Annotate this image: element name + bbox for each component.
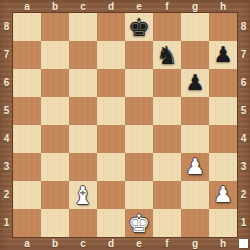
square-c2[interactable]: ♝ — [69, 181, 97, 209]
square-h8[interactable] — [209, 13, 237, 41]
square-e6[interactable] — [125, 69, 153, 97]
rank-label-left-2: 2 — [0, 181, 13, 209]
file-label-bottom-c: c — [69, 237, 97, 250]
rank-label-right-8: 8 — [237, 13, 250, 41]
rank-label-left-3: 3 — [0, 153, 13, 181]
rank-label-right-2: 2 — [237, 181, 250, 209]
square-g6[interactable]: ♟ — [181, 69, 209, 97]
square-e1[interactable]: ♚ — [125, 209, 153, 237]
square-b5[interactable] — [41, 97, 69, 125]
square-c3[interactable] — [69, 153, 97, 181]
square-h4[interactable] — [209, 125, 237, 153]
chess-board: abcdefgh 87654321 87654321 ♚♞♟♟♟♝♟♚ abcd… — [0, 0, 250, 250]
square-b1[interactable] — [41, 209, 69, 237]
rank-label-left-4: 4 — [0, 125, 13, 153]
square-c5[interactable] — [69, 97, 97, 125]
square-a8[interactable] — [13, 13, 41, 41]
file-label-bottom-e: e — [125, 237, 153, 250]
square-g2[interactable] — [181, 181, 209, 209]
square-c6[interactable] — [69, 69, 97, 97]
square-a2[interactable] — [13, 181, 41, 209]
white-king[interactable]: ♚ — [125, 209, 153, 237]
square-e5[interactable] — [125, 97, 153, 125]
black-pawn[interactable]: ♟ — [209, 41, 237, 69]
file-label-top-f: f — [153, 0, 181, 13]
black-pawn[interactable]: ♟ — [181, 69, 209, 97]
square-e8[interactable]: ♚ — [125, 13, 153, 41]
rank-label-right-1: 1 — [237, 209, 250, 237]
square-a7[interactable] — [13, 41, 41, 69]
square-a4[interactable] — [13, 125, 41, 153]
square-d2[interactable] — [97, 181, 125, 209]
rank-labels-right: 87654321 — [237, 13, 250, 237]
square-f7[interactable]: ♞ — [153, 41, 181, 69]
square-a3[interactable] — [13, 153, 41, 181]
rank-label-left-8: 8 — [0, 13, 13, 41]
board-squares: ♚♞♟♟♟♝♟♚ — [13, 13, 237, 237]
square-e3[interactable] — [125, 153, 153, 181]
file-label-bottom-b: b — [41, 237, 69, 250]
square-a6[interactable] — [13, 69, 41, 97]
square-d1[interactable] — [97, 209, 125, 237]
file-label-bottom-f: f — [153, 237, 181, 250]
file-label-bottom-a: a — [13, 237, 41, 250]
rank-label-right-7: 7 — [237, 41, 250, 69]
black-knight[interactable]: ♞ — [153, 41, 181, 69]
square-e4[interactable] — [125, 125, 153, 153]
square-b8[interactable] — [41, 13, 69, 41]
square-c1[interactable] — [69, 209, 97, 237]
rank-labels-left: 87654321 — [0, 13, 13, 237]
rank-label-left-1: 1 — [0, 209, 13, 237]
square-b2[interactable] — [41, 181, 69, 209]
white-bishop[interactable]: ♝ — [69, 181, 97, 209]
square-g3[interactable]: ♟ — [181, 153, 209, 181]
square-b7[interactable] — [41, 41, 69, 69]
white-to-move-indicator — [239, 239, 248, 248]
file-label-top-e: e — [125, 0, 153, 13]
square-h5[interactable] — [209, 97, 237, 125]
file-label-top-b: b — [41, 0, 69, 13]
square-b3[interactable] — [41, 153, 69, 181]
square-h2[interactable]: ♟ — [209, 181, 237, 209]
black-king[interactable]: ♚ — [125, 13, 153, 41]
file-labels-top: abcdefgh — [13, 0, 237, 13]
square-h6[interactable] — [209, 69, 237, 97]
square-g8[interactable] — [181, 13, 209, 41]
square-c8[interactable] — [69, 13, 97, 41]
square-f5[interactable] — [153, 97, 181, 125]
file-labels-bottom: abcdefgh — [13, 237, 237, 250]
square-a5[interactable] — [13, 97, 41, 125]
square-g1[interactable] — [181, 209, 209, 237]
square-d6[interactable] — [97, 69, 125, 97]
file-label-bottom-h: h — [209, 237, 237, 250]
square-h7[interactable]: ♟ — [209, 41, 237, 69]
file-label-top-g: g — [181, 0, 209, 13]
square-d5[interactable] — [97, 97, 125, 125]
square-d3[interactable] — [97, 153, 125, 181]
file-label-top-a: a — [13, 0, 41, 13]
rank-label-left-6: 6 — [0, 69, 13, 97]
rank-label-right-4: 4 — [237, 125, 250, 153]
rank-label-right-5: 5 — [237, 97, 250, 125]
white-pawn[interactable]: ♟ — [209, 181, 237, 209]
square-g5[interactable] — [181, 97, 209, 125]
square-g4[interactable] — [181, 125, 209, 153]
square-b6[interactable] — [41, 69, 69, 97]
file-label-top-h: h — [209, 0, 237, 13]
square-d8[interactable] — [97, 13, 125, 41]
rank-label-right-6: 6 — [237, 69, 250, 97]
white-pawn[interactable]: ♟ — [181, 153, 209, 181]
square-c4[interactable] — [69, 125, 97, 153]
square-f8[interactable] — [153, 13, 181, 41]
square-a1[interactable] — [13, 209, 41, 237]
square-e2[interactable] — [125, 181, 153, 209]
square-f3[interactable] — [153, 153, 181, 181]
square-g7[interactable] — [181, 41, 209, 69]
square-d4[interactable] — [97, 125, 125, 153]
square-d7[interactable] — [97, 41, 125, 69]
square-c7[interactable] — [69, 41, 97, 69]
square-f2[interactable] — [153, 181, 181, 209]
rank-label-left-7: 7 — [0, 41, 13, 69]
square-h3[interactable] — [209, 153, 237, 181]
square-b4[interactable] — [41, 125, 69, 153]
square-f4[interactable] — [153, 125, 181, 153]
rank-label-right-3: 3 — [237, 153, 250, 181]
rank-label-left-5: 5 — [0, 97, 13, 125]
file-label-bottom-d: d — [97, 237, 125, 250]
square-f6[interactable] — [153, 69, 181, 97]
square-f1[interactable] — [153, 209, 181, 237]
square-h1[interactable] — [209, 209, 237, 237]
file-label-bottom-g: g — [181, 237, 209, 250]
file-label-top-c: c — [69, 0, 97, 13]
square-e7[interactable] — [125, 41, 153, 69]
file-label-top-d: d — [97, 0, 125, 13]
